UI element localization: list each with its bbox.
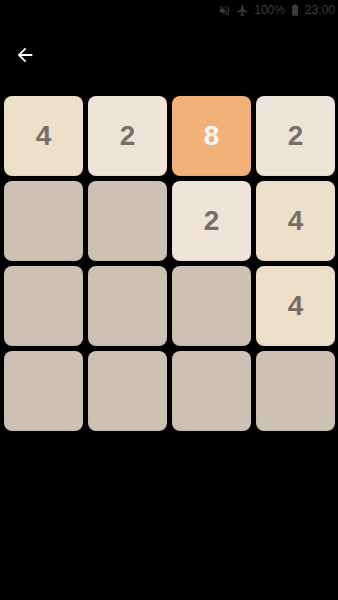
tile-value: 4 <box>36 120 52 152</box>
tile-value: 4 <box>288 205 304 237</box>
tile-8-r1c3: 8 <box>172 96 251 176</box>
empty-cell-r3c3 <box>172 266 251 346</box>
empty-cell-r2c2 <box>88 181 167 261</box>
tile-value: 2 <box>288 120 304 152</box>
battery-icon <box>288 3 302 17</box>
airplane-mode-icon <box>236 4 249 17</box>
clock: 23:00 <box>305 4 335 16</box>
empty-cell-r2c1 <box>4 181 83 261</box>
empty-cell-r4c3 <box>172 351 251 431</box>
tile-4-r3c4: 4 <box>256 266 335 346</box>
arrow-back-icon <box>14 44 36 66</box>
status-bar: 100% 23:00 <box>0 0 338 20</box>
tile-2-r2c3: 2 <box>172 181 251 261</box>
back-button[interactable] <box>2 32 48 78</box>
tile-4-r1c1: 4 <box>4 96 83 176</box>
volume-muted-icon <box>218 4 231 17</box>
screen: 100% 23:00 4282244 <box>0 0 338 600</box>
empty-cell-r4c4 <box>256 351 335 431</box>
tile-2-r1c2: 2 <box>88 96 167 176</box>
tile-value: 8 <box>204 120 220 152</box>
tile-2-r1c4: 2 <box>256 96 335 176</box>
tile-4-r2c4: 4 <box>256 181 335 261</box>
empty-cell-r4c1 <box>4 351 83 431</box>
empty-cell-r4c2 <box>88 351 167 431</box>
tile-value: 2 <box>120 120 136 152</box>
tile-value: 2 <box>204 205 220 237</box>
game-board[interactable]: 4282244 <box>4 96 335 431</box>
empty-cell-r3c2 <box>88 266 167 346</box>
tile-value: 4 <box>288 290 304 322</box>
empty-cell-r3c1 <box>4 266 83 346</box>
app-bar <box>0 20 338 90</box>
battery-percent: 100% <box>254 4 285 16</box>
